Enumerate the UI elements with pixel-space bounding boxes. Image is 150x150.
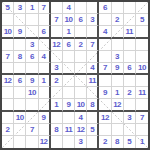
cell-r11c6[interactable]: 11 <box>63 124 75 136</box>
cell-r6c8[interactable]: 4 <box>87 63 99 75</box>
cell-r8c5[interactable] <box>51 87 63 99</box>
cell-r7c1[interactable]: 12 <box>2 75 14 87</box>
cell-r1c3[interactable]: 1 <box>26 2 38 14</box>
cell-r1c12[interactable] <box>136 2 148 14</box>
cell-r5c11[interactable] <box>124 51 136 63</box>
cell-r9c7[interactable]: 10 <box>75 99 87 111</box>
cell-r8c9[interactable]: 9 <box>99 87 111 99</box>
cell-r11c12[interactable] <box>136 124 148 136</box>
cell-r4c6[interactable]: 6 <box>63 39 75 51</box>
cell-r1c10[interactable] <box>112 2 124 14</box>
cell-r6c11[interactable]: 6 <box>124 63 136 75</box>
cell-r10c7[interactable]: 4 <box>75 112 87 124</box>
cell-r7c3[interactable]: 9 <box>26 75 38 87</box>
cell-r6c10[interactable]: 9 <box>112 63 124 75</box>
cell-r1c5[interactable] <box>51 2 63 14</box>
cell-r5c3[interactable]: 6 <box>26 51 38 63</box>
cell-r12c12[interactable]: 1 <box>136 136 148 148</box>
cell-r5c6[interactable] <box>63 51 75 63</box>
cell-r1c4[interactable]: 7 <box>39 2 51 14</box>
cell-r6c6[interactable] <box>63 63 75 75</box>
cell-r9c12[interactable] <box>136 99 148 111</box>
cell-r1c9[interactable]: 6 <box>99 2 111 14</box>
cell-r12c8[interactable] <box>87 136 99 148</box>
cell-r2c6[interactable]: 10 <box>63 14 75 26</box>
cell-r8c8[interactable] <box>87 87 99 99</box>
cell-r11c5[interactable]: 8 <box>51 124 63 136</box>
cell-r10c5[interactable] <box>51 112 63 124</box>
cell-r6c7[interactable] <box>75 63 87 75</box>
cell-r6c5[interactable]: 3 <box>51 63 63 75</box>
cell-r6c3[interactable] <box>26 63 38 75</box>
cell-r2c1[interactable] <box>2 14 14 26</box>
cell-r3c2[interactable]: 9 <box>14 26 26 38</box>
cell-r9c9[interactable] <box>99 99 111 111</box>
cell-r12c11[interactable]: 5 <box>124 136 136 148</box>
cell-r7c12[interactable] <box>136 75 148 87</box>
cell-r5c4[interactable]: 4 <box>39 51 51 63</box>
cell-r11c8[interactable]: 5 <box>87 124 99 136</box>
cell-r7c9[interactable] <box>99 75 111 87</box>
cell-r5c2[interactable]: 8 <box>14 51 26 63</box>
cell-r2c7[interactable]: 6 <box>75 14 87 26</box>
cell-r1c8[interactable] <box>87 2 99 14</box>
cell-r8c3[interactable]: 10 <box>26 87 38 99</box>
cell-r3c7[interactable] <box>75 26 87 38</box>
cell-r1c6[interactable]: 4 <box>63 2 75 14</box>
cell-r10c6[interactable] <box>63 112 75 124</box>
cell-r10c10[interactable] <box>112 112 124 124</box>
cell-r2c3[interactable] <box>26 14 38 26</box>
cell-r10c11[interactable]: 3 <box>124 112 136 124</box>
cell-r11c9[interactable] <box>99 124 111 136</box>
cell-r4c11[interactable] <box>124 39 136 51</box>
cell-r10c3[interactable] <box>26 112 38 124</box>
cell-r6c12[interactable]: 10 <box>136 63 148 75</box>
cell-r5c1[interactable]: 7 <box>2 51 14 63</box>
cell-r12c9[interactable]: 2 <box>99 136 111 148</box>
cell-r5c12[interactable] <box>136 51 148 63</box>
cell-r11c7[interactable]: 12 <box>75 124 87 136</box>
cell-r7c6[interactable] <box>63 75 75 87</box>
cell-r2c2[interactable] <box>14 14 26 26</box>
cell-r2c10[interactable]: 2 <box>112 14 124 26</box>
cell-r1c7[interactable] <box>75 2 87 14</box>
cell-r11c4[interactable] <box>39 124 51 136</box>
cell-r10c9[interactable]: 12 <box>99 112 111 124</box>
cell-r9c6[interactable]: 9 <box>63 99 75 111</box>
cell-r3c1[interactable]: 10 <box>2 26 14 38</box>
cell-r7c5[interactable]: 2 <box>51 75 63 87</box>
cell-r7c2[interactable]: 6 <box>14 75 26 87</box>
cell-r5c7[interactable] <box>75 51 87 63</box>
cell-r4c5[interactable]: 12 <box>51 39 63 51</box>
cell-r4c10[interactable] <box>112 39 124 51</box>
cell-r3c11[interactable]: 11 <box>124 26 136 38</box>
cell-r6c9[interactable]: 7 <box>99 63 111 75</box>
cell-r12c10[interactable]: 8 <box>112 136 124 148</box>
cell-r8c10[interactable]: 1 <box>112 87 124 99</box>
cell-r12c6[interactable] <box>63 136 75 148</box>
cell-r1c1[interactable]: 5 <box>2 2 14 14</box>
cell-r6c1[interactable] <box>2 63 14 75</box>
cell-r5c9[interactable] <box>99 51 111 63</box>
cell-r12c3[interactable] <box>26 136 38 148</box>
cell-r2c12[interactable]: 5 <box>136 14 148 26</box>
cell-r8c1[interactable] <box>2 87 14 99</box>
cell-r2c9[interactable] <box>99 14 111 26</box>
cell-r3c10[interactable] <box>112 26 124 38</box>
cell-r9c4[interactable] <box>39 99 51 111</box>
cell-r8c11[interactable]: 2 <box>124 87 136 99</box>
cell-r10c4[interactable]: 9 <box>39 112 51 124</box>
cell-r12c2[interactable] <box>14 136 26 148</box>
cell-r12c4[interactable]: 12 <box>39 136 51 148</box>
cell-r2c11[interactable] <box>124 14 136 26</box>
cell-r4c4[interactable] <box>39 39 51 51</box>
cell-r10c2[interactable]: 10 <box>14 112 26 124</box>
cell-r3c9[interactable]: 4 <box>99 26 111 38</box>
cell-r1c2[interactable]: 3 <box>14 2 26 14</box>
cell-r11c10[interactable] <box>112 124 124 136</box>
cell-r3c12[interactable] <box>136 26 148 38</box>
cell-r9c8[interactable]: 8 <box>87 99 99 111</box>
cell-r7c10[interactable] <box>112 75 124 87</box>
cell-r9c10[interactable]: 12 <box>112 99 124 111</box>
cell-r7c11[interactable] <box>124 75 136 87</box>
cell-r4c7[interactable]: 2 <box>75 39 87 51</box>
cell-r12c1[interactable] <box>2 136 14 148</box>
sudoku-board: 5317467106325109614113126277864334796101… <box>0 0 150 150</box>
cell-r3c6[interactable]: 1 <box>63 26 75 38</box>
cell-r10c1[interactable] <box>2 112 14 124</box>
cell-r8c6[interactable] <box>63 87 75 99</box>
cell-r8c12[interactable]: 11 <box>136 87 148 99</box>
cell-r3c5[interactable] <box>51 26 63 38</box>
cell-r1c11[interactable] <box>124 2 136 14</box>
cell-r3c4[interactable]: 6 <box>39 26 51 38</box>
sudoku-grid: 5317467106325109614113126277864334796101… <box>2 2 148 148</box>
cell-r4c3[interactable]: 3 <box>26 39 38 51</box>
cell-r10c8[interactable] <box>87 112 99 124</box>
cell-r7c4[interactable]: 1 <box>39 75 51 87</box>
cell-r9c5[interactable]: 1 <box>51 99 63 111</box>
cell-r11c2[interactable] <box>14 124 26 136</box>
cell-r4c12[interactable] <box>136 39 148 51</box>
cell-r8c7[interactable] <box>75 87 87 99</box>
cell-r3c8[interactable] <box>87 26 99 38</box>
cell-r4c8[interactable]: 7 <box>87 39 99 51</box>
cell-r11c3[interactable]: 7 <box>26 124 38 136</box>
cell-r2c8[interactable]: 3 <box>87 14 99 26</box>
cell-r10c12[interactable]: 7 <box>136 112 148 124</box>
cell-r8c2[interactable] <box>14 87 26 99</box>
cell-r5c10[interactable]: 3 <box>112 51 124 63</box>
cell-r9c1[interactable] <box>2 99 14 111</box>
cell-r6c4[interactable] <box>39 63 51 75</box>
cell-r12c7[interactable]: 3 <box>75 136 87 148</box>
cell-r2c4[interactable] <box>39 14 51 26</box>
cell-r7c7[interactable] <box>75 75 87 87</box>
cell-r11c1[interactable]: 2 <box>2 124 14 136</box>
cell-r5c8[interactable] <box>87 51 99 63</box>
cell-r4c1[interactable] <box>2 39 14 51</box>
cell-r4c2[interactable] <box>14 39 26 51</box>
cell-r7c8[interactable]: 11 <box>87 75 99 87</box>
cell-r4c9[interactable] <box>99 39 111 51</box>
cell-r12c5[interactable] <box>51 136 63 148</box>
cell-r2c5[interactable]: 7 <box>51 14 63 26</box>
cell-r11c11[interactable] <box>124 124 136 136</box>
cell-r6c2[interactable] <box>14 63 26 75</box>
cell-r8c4[interactable] <box>39 87 51 99</box>
cell-r9c3[interactable] <box>26 99 38 111</box>
cell-r9c2[interactable] <box>14 99 26 111</box>
cell-r9c11[interactable] <box>124 99 136 111</box>
cell-r3c3[interactable] <box>26 26 38 38</box>
cell-r5c5[interactable] <box>51 51 63 63</box>
